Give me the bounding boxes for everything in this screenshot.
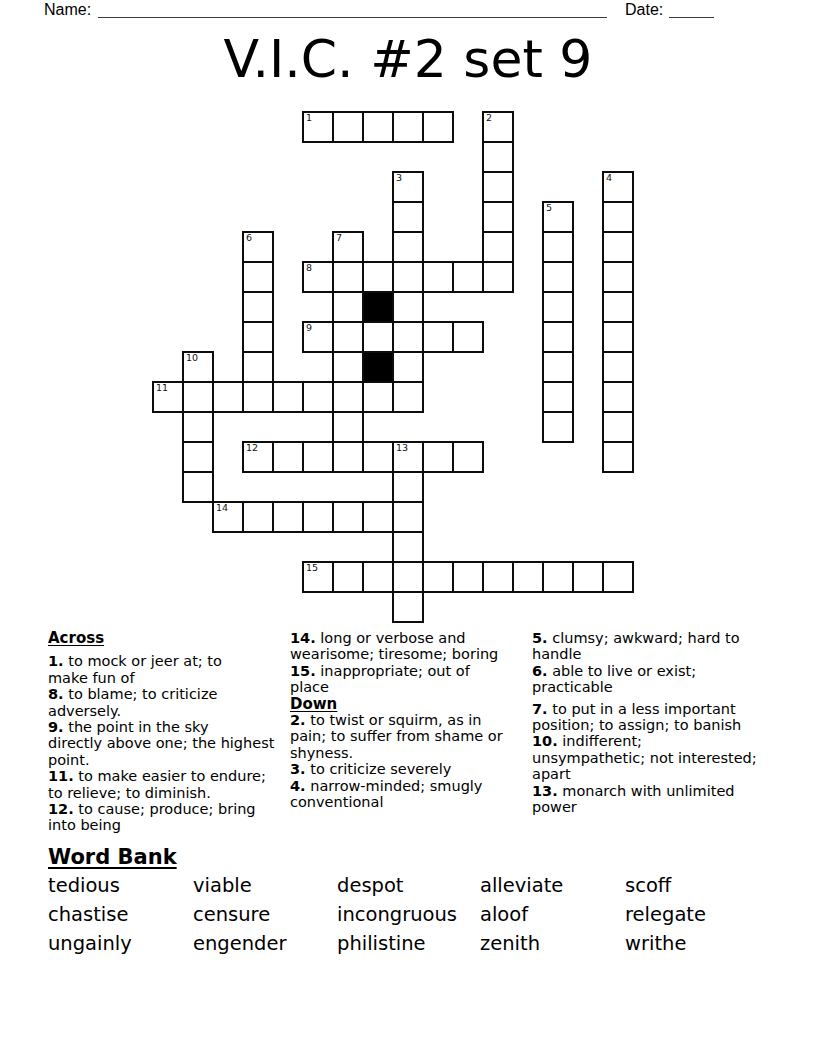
clue-number: 3 — [396, 173, 402, 183]
grid-cell: 14 — [212, 501, 244, 533]
grid-cell — [362, 561, 394, 593]
clue-num: 2. — [290, 712, 306, 728]
grid-cell — [452, 261, 484, 293]
grid-cell — [242, 351, 274, 383]
grid-cell — [542, 381, 574, 413]
grid-cell: 12 — [242, 441, 274, 473]
down-heading: Down — [290, 696, 503, 712]
clue-number: 10 — [186, 353, 198, 363]
clue-13-down: 13. monarch with unlimited power — [532, 783, 757, 816]
grid-cell — [392, 501, 424, 533]
word-bank-word: zenith — [480, 930, 563, 959]
grid-cell: 9 — [302, 321, 334, 353]
grid-cell — [422, 321, 454, 353]
grid-cell — [422, 111, 454, 143]
word-bank-word: scoff — [625, 872, 706, 901]
word-bank-heading: Word Bank — [48, 845, 177, 869]
grid-cell — [482, 171, 514, 203]
grid-cell — [392, 231, 424, 263]
grid-cell — [332, 411, 364, 443]
word-bank-word: relegate — [625, 901, 706, 930]
clue-4-down: 4. narrow-minded; smugly conventional — [290, 778, 503, 811]
grid-cell — [242, 291, 274, 323]
word-bank-column: tediouschastiseungainly — [48, 872, 132, 958]
grid-cell: 5 — [542, 201, 574, 233]
word-bank-column: alleviatealoofzenith — [480, 872, 563, 958]
clue-num: 3. — [290, 761, 306, 777]
grid-cell — [602, 561, 634, 593]
clue-12-across: 12. to cause; produce; bring into being — [48, 801, 274, 834]
grid-cell — [272, 501, 304, 533]
grid-cell — [542, 261, 574, 293]
grid-cell — [332, 321, 364, 353]
grid-cell — [272, 381, 304, 413]
grid-cell — [302, 501, 334, 533]
name-blank-line — [98, 1, 607, 18]
grid-cell — [392, 291, 424, 323]
grid-cell — [242, 501, 274, 533]
clue-number: 1 — [306, 113, 312, 123]
clue-number: 14 — [216, 503, 228, 513]
grid-cell — [482, 561, 514, 593]
grid-cell: 10 — [182, 351, 214, 383]
grid-cell — [422, 561, 454, 593]
clue-num: 7. — [532, 701, 548, 717]
clue-number: 4 — [606, 173, 612, 183]
grid-cell: 13 — [392, 441, 424, 473]
grid-cell — [242, 321, 274, 353]
grid-cell — [392, 111, 424, 143]
grid-cell — [542, 411, 574, 443]
grid-cell — [512, 561, 544, 593]
grid-cell: 1 — [302, 111, 334, 143]
grid-cell — [482, 201, 514, 233]
word-bank-word: chastise — [48, 901, 132, 930]
clue-8-across: 8. to blame; to criticize adversely. — [48, 686, 274, 719]
black-cell — [362, 351, 394, 383]
grid-cell — [542, 351, 574, 383]
grid-cell — [602, 351, 634, 383]
word-bank-column: despotincongruousphilistine — [337, 872, 457, 958]
grid-cell — [482, 261, 514, 293]
grid-cell — [392, 561, 424, 593]
clue-num: 6. — [532, 663, 548, 679]
grid-cell: 6 — [242, 231, 274, 263]
grid-cell — [452, 321, 484, 353]
grid-cell — [332, 351, 364, 383]
word-bank-word: censure — [193, 901, 286, 930]
grid-cell — [482, 141, 514, 173]
grid-cell — [182, 471, 214, 503]
grid-cell — [452, 441, 484, 473]
grid-cell — [602, 261, 634, 293]
word-bank-word: ungainly — [48, 930, 132, 959]
clue-3-down: 3. to criticize severely — [290, 761, 503, 777]
word-bank-word: despot — [337, 872, 457, 901]
clue-num: 8. — [48, 686, 64, 702]
word-bank-column: scoffrelegatewrithe — [625, 872, 706, 958]
grid-cell — [242, 261, 274, 293]
grid-cell — [392, 591, 424, 623]
grid-cell — [602, 411, 634, 443]
black-cell — [362, 291, 394, 323]
date-label: Date: — [625, 1, 663, 19]
grid-cell — [392, 321, 424, 353]
clue-number: 13 — [396, 443, 408, 453]
clue-11-across: 11. to make easier to endure; to relieve… — [48, 768, 274, 801]
clue-number: 6 — [246, 233, 252, 243]
word-bank-word: viable — [193, 872, 286, 901]
grid-cell — [362, 261, 394, 293]
clue-1-across: 1. to mock or jeer at; to make fun of — [48, 653, 274, 686]
grid-cell — [602, 231, 634, 263]
word-bank-word: tedious — [48, 872, 132, 901]
clue-10-down: 10. indifferent; unsympathetic; not inte… — [532, 733, 757, 782]
clue-column-3: 5. clumsy; awkward; hard to handle6. abl… — [532, 630, 757, 815]
date-blank-line — [669, 1, 714, 18]
grid-cell — [602, 381, 634, 413]
grid-cell — [602, 201, 634, 233]
grid-cell — [302, 381, 334, 413]
word-bank-word: engender — [193, 930, 286, 959]
grid-cell — [332, 501, 364, 533]
grid-cell — [542, 561, 574, 593]
grid-cell — [422, 261, 454, 293]
grid-cell — [602, 291, 634, 323]
grid-cell — [392, 261, 424, 293]
clue-num: 9. — [48, 719, 64, 735]
clue-14-across: 14. long or verbose and wearisome; tires… — [290, 630, 503, 663]
grid-cell: 2 — [482, 111, 514, 143]
grid-cell — [362, 441, 394, 473]
grid-cell — [392, 471, 424, 503]
grid-cell — [452, 561, 484, 593]
grid-cell: 8 — [302, 261, 334, 293]
clue-9-across: 9. the point in the sky directly above o… — [48, 719, 274, 768]
word-bank-column: viablecensureengender — [193, 872, 286, 958]
grid-cell — [182, 411, 214, 443]
worksheet-page: Name: Date: V.I.C. #2 set 9 123456789101… — [0, 0, 816, 1056]
grid-cell: 4 — [602, 171, 634, 203]
clue-7-down: 7. to put in a less important position; … — [532, 701, 757, 734]
grid-cell — [482, 231, 514, 263]
grid-cell: 11 — [152, 381, 184, 413]
clue-num: 1. — [48, 653, 64, 669]
grid-cell — [332, 291, 364, 323]
clue-num: 13. — [532, 783, 558, 799]
crossword-grid: 123456789101112131415 — [152, 111, 634, 623]
grid-cell — [332, 441, 364, 473]
word-bank-word: writhe — [625, 930, 706, 959]
grid-cell — [242, 381, 274, 413]
grid-cell — [362, 501, 394, 533]
grid-cell — [392, 531, 424, 563]
grid-cell — [362, 321, 394, 353]
clue-number: 15 — [306, 563, 318, 573]
name-label: Name: — [44, 1, 91, 19]
clue-number: 11 — [156, 383, 168, 393]
clue-num: 5. — [532, 630, 548, 646]
grid-cell — [182, 381, 214, 413]
grid-cell: 7 — [332, 231, 364, 263]
grid-cell — [332, 381, 364, 413]
grid-cell — [272, 441, 304, 473]
grid-cell — [542, 231, 574, 263]
grid-cell — [602, 321, 634, 353]
grid-cell — [332, 261, 364, 293]
clue-number: 5 — [546, 203, 552, 213]
grid-cell — [182, 441, 214, 473]
grid-cell — [362, 381, 394, 413]
across-heading: Across — [48, 630, 274, 646]
clue-number: 9 — [306, 323, 312, 333]
grid-cell — [392, 201, 424, 233]
clue-num: 14. — [290, 630, 316, 646]
clue-5-down: 5. clumsy; awkward; hard to handle — [532, 630, 757, 663]
grid-cell — [542, 321, 574, 353]
clue-column-1: Across1. to mock or jeer at; to make fun… — [48, 630, 274, 834]
grid-cell — [572, 561, 604, 593]
word-bank-word: aloof — [480, 901, 563, 930]
grid-cell: 3 — [392, 171, 424, 203]
word-bank-word: incongruous — [337, 901, 457, 930]
clue-6-down: 6. able to live or exist; practicable — [532, 663, 757, 696]
clue-number: 7 — [336, 233, 342, 243]
grid-cell — [422, 441, 454, 473]
clue-2-down: 2. to twist or squirm, as in pain; to su… — [290, 712, 503, 761]
clue-number: 8 — [306, 263, 312, 273]
grid-cell — [332, 561, 364, 593]
grid-cell — [602, 441, 634, 473]
clue-number: 12 — [246, 443, 258, 453]
clue-num: 12. — [48, 801, 74, 817]
puzzle-title: V.I.C. #2 set 9 — [0, 30, 816, 88]
word-bank-word: philistine — [337, 930, 457, 959]
grid-cell — [332, 111, 364, 143]
clue-15-across: 15. inappropriate; out of place — [290, 663, 503, 696]
clue-column-2: 14. long or verbose and wearisome; tires… — [290, 630, 503, 810]
clue-num: 15. — [290, 663, 316, 679]
word-bank-word: alleviate — [480, 872, 563, 901]
clue-num: 4. — [290, 778, 306, 794]
grid-cell — [212, 381, 244, 413]
grid-cell — [392, 381, 424, 413]
grid-cell — [362, 111, 394, 143]
clue-num: 10. — [532, 733, 558, 749]
grid-cell: 15 — [302, 561, 334, 593]
grid-cell — [392, 351, 424, 383]
clue-number: 2 — [486, 113, 492, 123]
clue-num: 11. — [48, 768, 74, 784]
grid-cell — [302, 441, 334, 473]
grid-cell — [542, 291, 574, 323]
